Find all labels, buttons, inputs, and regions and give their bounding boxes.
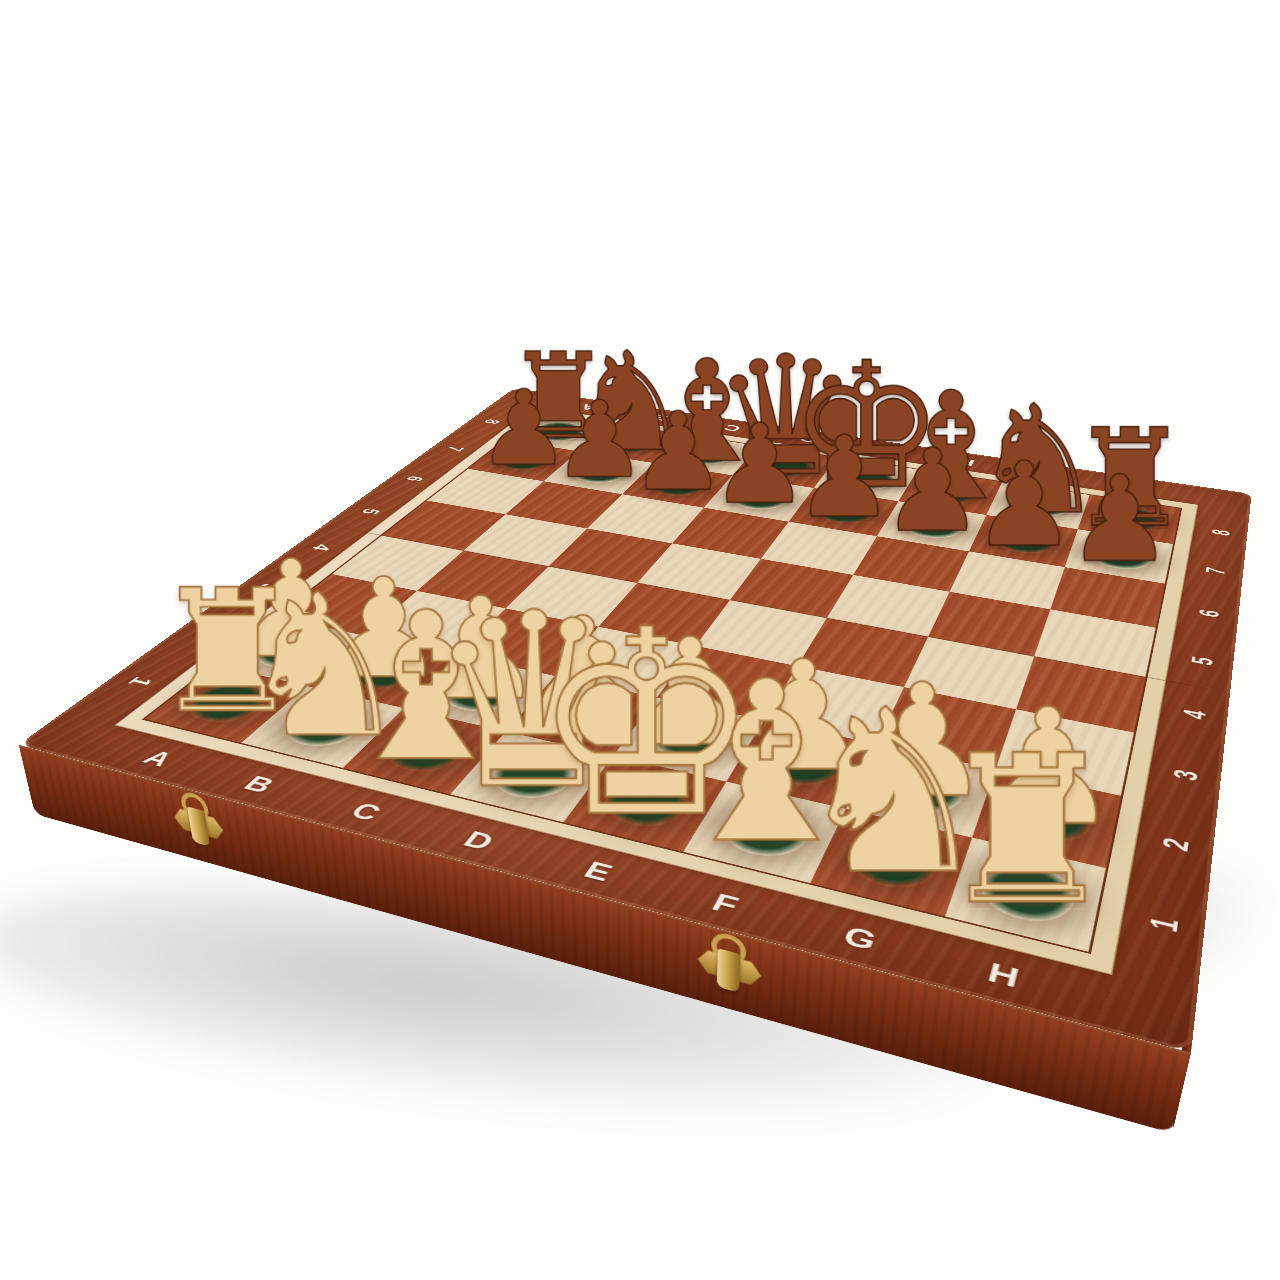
brass-clasp-left	[166, 789, 233, 866]
brass-clasp-right	[692, 928, 768, 1014]
file-label-far-g: G	[1040, 468, 1063, 479]
clasp-hasp	[717, 948, 741, 993]
file-label-far-h: H	[1128, 481, 1149, 493]
product-photo-stage: AABBCCDDEEFFGGHH1122334455667788 ♜♞♝♛♚♝♞…	[0, 0, 1280, 1280]
folding-chess-box: AABBCCDDEEFFGGHH1122334455667788 ♜♞♝♛♚♝♞…	[19, 388, 1252, 1052]
piece-white-rook-h1: ♜	[945, 838, 1106, 952]
piece-black-pawn-h7: ♟	[1065, 529, 1173, 583]
scene-3d: AABBCCDDEEFFGGHH1122334455667788 ♜♞♝♛♚♝♞…	[0, 0, 1280, 1280]
